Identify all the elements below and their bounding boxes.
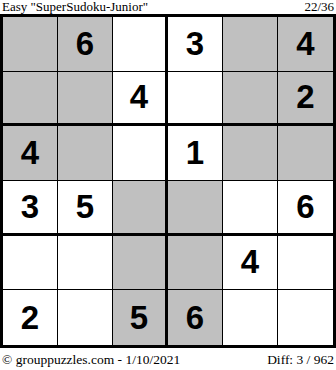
cell-r3c5-empty[interactable] — [223, 126, 278, 181]
cell-r6c2-empty[interactable] — [58, 290, 113, 345]
cell-r6c6-empty[interactable] — [278, 290, 333, 345]
puzzle-title: Easy "SuperSudoku-Junior" — [2, 0, 148, 14]
cell-r6c3-given-5: 5 — [113, 290, 168, 345]
cell-r4c5-empty[interactable] — [223, 181, 278, 236]
sudoku-board: 63442413564256 — [0, 14, 336, 348]
cell-r6c4-given-6: 6 — [168, 290, 223, 345]
cell-r6c5-empty[interactable] — [223, 290, 278, 345]
difficulty-text: Diff: 3 / 962 — [267, 351, 334, 368]
cell-r5c4-empty[interactable] — [168, 236, 223, 291]
cell-r1c3-empty[interactable] — [113, 17, 168, 72]
cell-r1c6-given-4: 4 — [278, 17, 333, 72]
footer: © grouppuzzles.com - 1/10/2021 Diff: 3 /… — [2, 351, 334, 368]
cell-r5c3-empty[interactable] — [113, 236, 168, 291]
cell-r4c1-given-3: 3 — [3, 181, 58, 236]
cell-r4c4-empty[interactable] — [168, 181, 223, 236]
cell-r4c6-given-6: 6 — [278, 181, 333, 236]
cell-r3c3-empty[interactable] — [113, 126, 168, 181]
cells-remaining-counter: 22/36 — [304, 0, 334, 14]
cell-r3c2-empty[interactable] — [58, 126, 113, 181]
cell-r3c6-empty[interactable] — [278, 126, 333, 181]
cell-r5c5-given-4: 4 — [223, 236, 278, 291]
cell-r2c4-empty[interactable] — [168, 72, 223, 127]
cell-r6c1-given-2: 2 — [3, 290, 58, 345]
copyright-text: © grouppuzzles.com - 1/10/2021 — [2, 351, 180, 368]
cell-r1c1-empty[interactable] — [3, 17, 58, 72]
cell-r2c5-empty[interactable] — [223, 72, 278, 127]
cell-r5c6-empty[interactable] — [278, 236, 333, 291]
puzzle-page: Easy "SuperSudoku-Junior" 22/36 63442413… — [0, 0, 336, 370]
cell-r1c2-given-6: 6 — [58, 17, 113, 72]
cell-r2c6-given-2: 2 — [278, 72, 333, 127]
cell-r4c3-empty[interactable] — [113, 181, 168, 236]
header: Easy "SuperSudoku-Junior" 22/36 — [2, 0, 334, 14]
cell-r5c1-empty[interactable] — [3, 236, 58, 291]
cell-r2c2-empty[interactable] — [58, 72, 113, 127]
cell-r4c2-given-5: 5 — [58, 181, 113, 236]
cell-r3c1-given-4: 4 — [3, 126, 58, 181]
cell-r2c3-given-4: 4 — [113, 72, 168, 127]
cell-r1c4-given-3: 3 — [168, 17, 223, 72]
cell-r1c5-empty[interactable] — [223, 17, 278, 72]
cell-r5c2-empty[interactable] — [58, 236, 113, 291]
cell-r2c1-empty[interactable] — [3, 72, 58, 127]
cell-r3c4-given-1: 1 — [168, 126, 223, 181]
